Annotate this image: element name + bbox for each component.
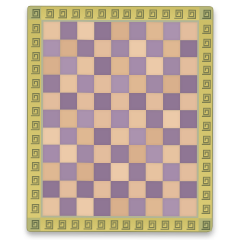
board-square	[60, 92, 77, 110]
board-square	[94, 145, 111, 163]
greek-key-motif-icon	[200, 177, 210, 187]
greek-key-motif-icon	[200, 204, 210, 214]
greek-key-motif-icon	[161, 9, 171, 19]
board-square	[77, 145, 94, 163]
board-square	[163, 93, 180, 111]
board-square	[60, 145, 77, 163]
greek-key-corner-icon	[199, 7, 212, 20]
greek-key-motif-icon	[29, 190, 39, 200]
greek-key-motif-icon	[108, 219, 118, 229]
greek-key-motif-icon	[121, 220, 131, 230]
board-square	[163, 163, 180, 181]
board-square	[180, 22, 197, 40]
board-square	[129, 57, 146, 75]
board-square	[43, 92, 60, 110]
board-square	[77, 128, 94, 146]
board-square	[94, 75, 111, 93]
board-frame-line	[41, 20, 200, 219]
board-square	[129, 93, 146, 111]
greek-key-motif-icon	[147, 220, 157, 230]
board-square	[163, 146, 180, 164]
board-square	[145, 198, 162, 216]
board-square	[128, 198, 145, 216]
board-square	[111, 181, 128, 199]
board-square	[95, 40, 112, 58]
greek-key-motif-icon	[69, 219, 79, 229]
board-square	[128, 128, 145, 146]
board-square	[111, 128, 128, 146]
greek-key-motif-icon	[173, 220, 183, 230]
board-square	[128, 145, 145, 163]
board-square	[77, 75, 94, 93]
board-square	[94, 92, 111, 110]
board-square	[129, 110, 146, 128]
greek-key-corner-icon	[28, 7, 41, 20]
board-square	[129, 22, 146, 40]
greek-key-motif-icon	[201, 9, 211, 19]
greek-key-corner-icon	[28, 218, 41, 231]
board-square	[146, 22, 163, 40]
greek-key-motif-icon	[134, 220, 144, 230]
greek-key-motif-icon	[200, 149, 210, 159]
board-square	[60, 75, 77, 93]
greek-key-border-right	[199, 20, 213, 218]
board-square	[77, 92, 94, 110]
greek-key-motif-icon	[30, 8, 40, 18]
board-square	[111, 163, 128, 181]
board-square	[146, 146, 163, 164]
board-square	[43, 198, 60, 216]
board-square	[43, 163, 60, 181]
board-square	[43, 110, 60, 128]
board-square	[180, 93, 197, 111]
board-square	[94, 128, 111, 146]
board-square	[43, 180, 60, 198]
board-square	[95, 22, 112, 40]
greek-key-motif-icon	[135, 9, 145, 19]
greek-key-motif-icon	[30, 51, 40, 61]
greek-key-motif-icon	[201, 93, 211, 103]
greek-key-motif-icon	[186, 220, 196, 230]
board-square	[180, 163, 197, 181]
greek-key-motif-icon	[30, 65, 40, 75]
board-square	[163, 22, 180, 40]
greek-key-motif-icon	[201, 38, 211, 48]
greek-key-motif-icon	[201, 80, 211, 90]
board-square	[111, 145, 128, 163]
board-square	[111, 198, 128, 216]
greek-key-motif-icon	[95, 219, 105, 229]
board-square	[180, 199, 197, 217]
greek-key-motif-icon	[56, 219, 66, 229]
greek-key-motif-icon	[29, 176, 39, 186]
board-square	[145, 181, 162, 199]
greek-key-motif-icon	[122, 9, 132, 19]
board-square	[60, 39, 77, 57]
board-square	[146, 75, 163, 93]
board-square	[128, 181, 145, 199]
greek-key-motif-icon	[200, 121, 210, 131]
board-square	[180, 40, 197, 58]
greek-key-motif-icon	[200, 220, 210, 230]
board-square	[77, 57, 94, 75]
greek-key-motif-icon	[29, 121, 39, 131]
board-square	[180, 146, 197, 164]
board-square	[94, 198, 111, 216]
greek-key-border-top	[41, 7, 199, 21]
board-square	[60, 57, 77, 75]
board-square	[146, 110, 163, 128]
greek-key-motif-icon	[201, 107, 211, 117]
greek-key-motif-icon	[29, 162, 39, 172]
board-square	[145, 163, 162, 181]
greek-key-border-bottom	[41, 218, 199, 232]
greek-key-motif-icon	[186, 9, 196, 19]
greek-key-motif-icon	[201, 24, 211, 34]
greek-key-motif-icon	[173, 9, 183, 19]
board-square	[163, 128, 180, 146]
board-square	[162, 181, 179, 199]
greek-key-motif-icon	[44, 8, 54, 18]
board-square	[60, 163, 77, 181]
board-square	[112, 40, 129, 58]
greek-key-motif-icon	[44, 219, 54, 229]
greek-key-motif-icon	[200, 163, 210, 173]
board-square	[94, 110, 111, 128]
board-square	[163, 75, 180, 93]
board-square	[112, 57, 129, 75]
photo-background	[0, 0, 240, 240]
board-square	[77, 22, 94, 40]
checkerboard-rug	[27, 6, 214, 233]
board-square	[43, 57, 60, 75]
board-square	[146, 57, 163, 75]
greek-key-motif-icon	[201, 66, 211, 76]
board-square	[128, 163, 145, 181]
board-square	[180, 57, 197, 75]
board-square	[112, 22, 129, 40]
board-square	[60, 22, 77, 40]
greek-key-motif-icon	[29, 134, 39, 144]
greek-key-corner-icon	[199, 218, 212, 231]
board-square	[94, 57, 111, 75]
board-square	[180, 110, 197, 128]
board-square	[60, 110, 77, 128]
greek-key-motif-icon	[200, 135, 210, 145]
board-square	[180, 128, 197, 146]
greek-key-motif-icon	[29, 219, 39, 229]
board-square	[146, 40, 163, 58]
board-square	[111, 110, 128, 128]
greek-key-motif-icon	[30, 24, 40, 34]
greek-key-motif-icon	[201, 52, 211, 62]
board-square	[94, 163, 111, 181]
board-square	[163, 110, 180, 128]
board-square	[60, 128, 77, 146]
greek-key-motif-icon	[70, 8, 80, 18]
rug-border	[28, 7, 213, 232]
board-square	[180, 75, 197, 93]
board-square	[180, 181, 197, 199]
greek-key-motif-icon	[83, 8, 93, 18]
board-square	[77, 39, 94, 57]
greek-key-motif-icon	[30, 79, 40, 89]
greek-key-motif-icon	[29, 204, 39, 214]
board-square	[60, 181, 77, 199]
greek-key-motif-icon	[82, 219, 92, 229]
greek-key-motif-icon	[96, 8, 106, 18]
board-square	[146, 93, 163, 111]
greek-key-motif-icon	[57, 8, 67, 18]
board-square	[43, 128, 60, 146]
board-square	[77, 163, 94, 181]
greek-key-motif-icon	[160, 220, 170, 230]
greek-key-motif-icon	[30, 107, 40, 117]
board-square	[43, 39, 60, 57]
greek-key-motif-icon	[109, 8, 119, 18]
board-square	[43, 145, 60, 163]
greek-key-border-left	[28, 20, 42, 218]
board-square	[77, 198, 94, 216]
greek-key-motif-icon	[148, 9, 158, 19]
board-square	[129, 40, 146, 58]
board-square	[163, 57, 180, 75]
board-square	[162, 199, 179, 217]
board-square	[94, 181, 111, 199]
board-square	[163, 40, 180, 58]
board-square	[77, 181, 94, 199]
greek-key-motif-icon	[200, 190, 210, 200]
board-square	[60, 198, 77, 216]
board-square	[43, 75, 60, 93]
greek-key-motif-icon	[29, 148, 39, 158]
board-square	[111, 93, 128, 111]
checkerboard-field	[43, 22, 198, 217]
board-square	[43, 22, 60, 40]
board-square	[129, 75, 146, 93]
board-square	[112, 75, 129, 93]
greek-key-motif-icon	[30, 93, 40, 103]
greek-key-motif-icon	[30, 37, 40, 47]
board-square	[77, 110, 94, 128]
board-square	[146, 128, 163, 146]
